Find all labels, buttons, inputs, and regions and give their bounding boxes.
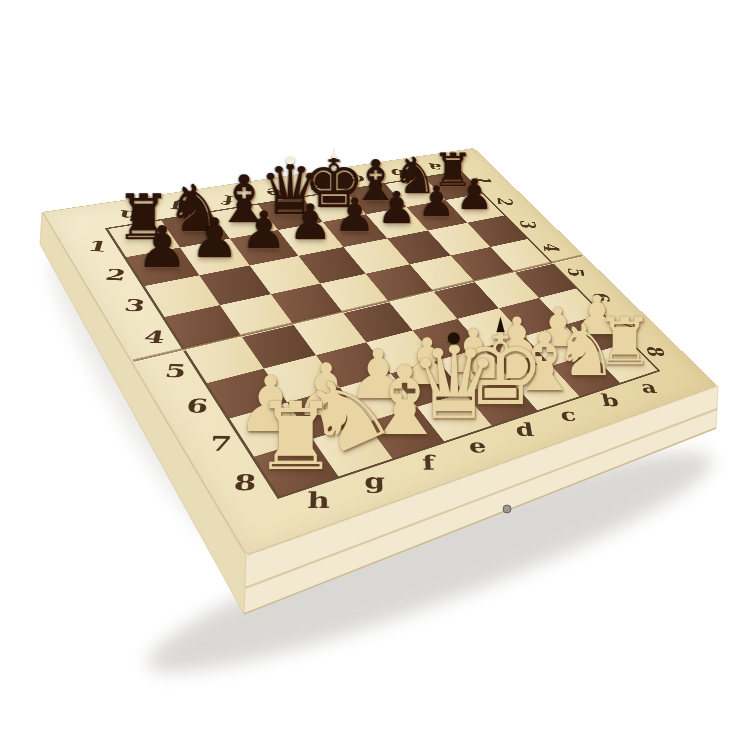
piece-black-pawn-e2: ♟ [289, 198, 333, 247]
black-pawn-icon: ♟ [190, 212, 239, 267]
chess-set-photo: 1234567812345678hgfedcbahgfedcba ♜♞♝♛♚♝♞… [0, 0, 750, 750]
pieces-layer: ♜♞♝♛♚♝♞♜♟♟♟♟♟♟♟♟♟♟♟♟♟♟♟♟♜♞♝♛♚♝♞♜ [0, 0, 750, 750]
piece-black-pawn-g2: ♟ [190, 212, 239, 267]
black-pawn-icon: ♟ [418, 180, 456, 222]
piece-black-pawn-f2: ♟ [241, 205, 287, 257]
black-pawn-icon: ♟ [456, 173, 494, 215]
piece-black-pawn-d2: ♟ [334, 192, 376, 238]
piece-black-pawn-c2: ♟ [377, 186, 417, 230]
piece-black-pawn-a2: ♟ [456, 173, 494, 215]
piece-black-pawn-h2: ♟ [137, 219, 189, 277]
black-pawn-icon: ♟ [289, 198, 333, 247]
black-pawn-icon: ♟ [137, 219, 189, 277]
white-rook-icon: ♜ [254, 390, 338, 484]
black-pawn-icon: ♟ [377, 186, 417, 230]
black-pawn-icon: ♟ [334, 192, 376, 238]
piece-white-rook-h8: ♜ [254, 390, 338, 484]
piece-black-pawn-b2: ♟ [418, 180, 456, 222]
black-pawn-icon: ♟ [241, 205, 287, 257]
